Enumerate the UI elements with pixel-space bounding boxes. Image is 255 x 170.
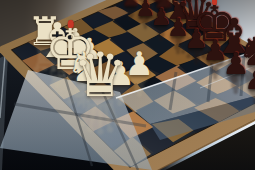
piece-black-pawn-h7[interactable]: ♟ bbox=[244, 62, 255, 94]
chess-photo-scene: ♜♜♟♟♞♞♟♟♜♜♝♝♟♟♟♟♝♝♛♛♟♟♟♟♚♚♚♚♟♟♞♞♟♟♝♝♟♟♟♟… bbox=[0, 0, 255, 170]
piece-white-queen-e2[interactable]: ♛ bbox=[73, 44, 128, 105]
red-finial bbox=[212, 0, 217, 5]
red-finial bbox=[68, 20, 74, 29]
